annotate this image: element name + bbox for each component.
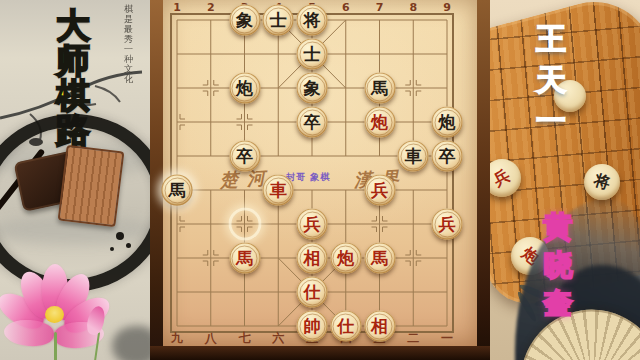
piece-character: 仕 <box>304 281 321 304</box>
xiangqi-board[interactable]: 楚河 漢界 封哥 象棋 123456789 九八七六五四三二一 象士将士炮象馬卒… <box>150 0 490 360</box>
player-name-top: 王天一 <box>532 18 570 141</box>
column-label-top: 8 <box>409 1 417 14</box>
piece-red-兵[interactable]: 兵 <box>297 209 328 240</box>
piece-character: 車 <box>405 145 422 168</box>
piece-character: 兵 <box>371 179 388 202</box>
column-label-bottom: 九 <box>171 330 183 347</box>
piece-character: 卒 <box>236 145 253 168</box>
piece-red-兵[interactable]: 兵 <box>364 175 395 206</box>
right-banner: 兵将炮 王天一 黄晓奎 <box>490 0 640 360</box>
watermark-text: 封哥 象棋 <box>286 171 330 184</box>
piece-character: 兵 <box>439 213 456 236</box>
piece-black-卒[interactable]: 卒 <box>297 107 328 138</box>
photo-piece-character: 兵 <box>490 165 514 191</box>
piece-character: 卒 <box>304 111 321 134</box>
piece-black-象[interactable]: 象 <box>229 5 260 36</box>
ink-dot <box>110 247 114 251</box>
column-label-top: 6 <box>342 1 350 14</box>
board-frame-bottom <box>150 346 490 360</box>
column-label-top: 7 <box>376 1 384 14</box>
wood-scroll <box>58 145 125 228</box>
lotus-center <box>45 306 64 323</box>
piece-character: 炮 <box>337 247 354 270</box>
piece-black-士[interactable]: 士 <box>263 5 294 36</box>
piece-black-炮[interactable]: 炮 <box>229 73 260 104</box>
piece-red-相[interactable]: 相 <box>364 311 395 342</box>
column-label-bottom: 六 <box>272 330 284 347</box>
player-name-bottom: 黄晓奎 <box>540 208 576 322</box>
lotus-flower <box>0 260 125 360</box>
piece-character: 炮 <box>371 111 388 134</box>
piece-character: 相 <box>304 247 321 270</box>
piece-black-卒[interactable]: 卒 <box>432 141 463 172</box>
piece-character: 将 <box>304 9 321 32</box>
piece-black-士[interactable]: 士 <box>297 39 328 70</box>
ink-dot <box>126 243 131 248</box>
piece-red-兵[interactable]: 兵 <box>432 209 463 240</box>
piece-character: 馬 <box>236 247 253 270</box>
lotus-stem <box>54 332 57 360</box>
column-label-bottom: 七 <box>239 330 251 347</box>
piece-character: 士 <box>304 43 321 66</box>
piece-character: 馬 <box>371 77 388 100</box>
calligraphy-note: 棋是最秀一种文化 <box>122 4 135 84</box>
piece-character: 象 <box>304 77 321 100</box>
piece-black-卒[interactable]: 卒 <box>229 141 260 172</box>
piece-character: 馬 <box>169 179 186 202</box>
piece-black-馬[interactable]: 馬 <box>364 73 395 104</box>
ink-smudge <box>112 326 150 360</box>
piece-character: 兵 <box>304 213 321 236</box>
piece-character: 相 <box>371 315 388 338</box>
piece-character: 馬 <box>371 247 388 270</box>
piece-black-炮[interactable]: 炮 <box>432 107 463 138</box>
video-frame: 棋是最秀一种文化 大师棋路 楚河 漢界 封哥 <box>0 0 640 360</box>
last-move-marker <box>228 208 261 241</box>
photo-piece-character: 将 <box>591 170 613 195</box>
piece-red-仕[interactable]: 仕 <box>330 311 361 342</box>
column-label-top: 9 <box>443 1 451 14</box>
photo-piece: 将 <box>584 164 620 200</box>
piece-character: 炮 <box>236 77 253 100</box>
column-label-bottom: 八 <box>205 330 217 347</box>
piece-red-帥[interactable]: 帥 <box>297 311 328 342</box>
piece-red-相[interactable]: 相 <box>297 243 328 274</box>
column-label-bottom: 二 <box>407 330 419 347</box>
piece-red-車[interactable]: 車 <box>263 175 294 206</box>
piece-character: 卒 <box>439 145 456 168</box>
piece-red-炮[interactable]: 炮 <box>330 243 361 274</box>
piece-black-将[interactable]: 将 <box>297 5 328 36</box>
piece-red-炮[interactable]: 炮 <box>364 107 395 138</box>
left-banner: 棋是最秀一种文化 大师棋路 <box>0 0 150 360</box>
piece-character: 象 <box>236 9 253 32</box>
piece-character: 炮 <box>439 111 456 134</box>
piece-red-馬[interactable]: 馬 <box>229 243 260 274</box>
column-label-top: 2 <box>207 1 215 14</box>
piece-black-象[interactable]: 象 <box>297 73 328 104</box>
piece-character: 帥 <box>304 315 321 338</box>
piece-character: 仕 <box>337 315 354 338</box>
piece-black-馬[interactable]: 馬 <box>162 175 193 206</box>
column-label-bottom: 一 <box>441 330 453 347</box>
column-label-top: 1 <box>173 1 181 14</box>
piece-red-仕[interactable]: 仕 <box>297 277 328 308</box>
piece-red-馬[interactable]: 馬 <box>364 243 395 274</box>
piece-black-車[interactable]: 車 <box>398 141 429 172</box>
piece-character: 車 <box>270 179 287 202</box>
lotus-petal <box>3 318 55 347</box>
piece-character: 士 <box>270 9 287 32</box>
ink-dot <box>116 232 124 240</box>
